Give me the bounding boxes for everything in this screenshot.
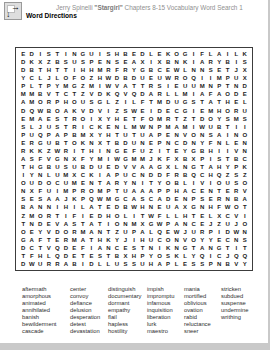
grid-cell-r1c6[interactable]: I: [62, 50, 71, 58]
grid-cell-r17c26[interactable]: S: [232, 179, 241, 187]
grid-cell-r25c4[interactable]: V: [45, 244, 54, 252]
grid-cell-r3c27[interactable]: X: [240, 66, 249, 74]
grid-cell-r10c13[interactable]: L: [121, 123, 130, 131]
grid-cell-r20c26[interactable]: O: [232, 203, 241, 211]
grid-cell-r13c2[interactable]: K: [28, 147, 37, 155]
grid-cell-r21c20[interactable]: H: [181, 211, 190, 219]
grid-cell-r23c15[interactable]: A: [138, 228, 147, 236]
grid-cell-r20c2[interactable]: A: [28, 203, 37, 211]
grid-cell-r27c3[interactable]: U: [36, 260, 45, 268]
grid-cell-r16c25[interactable]: Z: [223, 171, 232, 179]
grid-cell-r22c27[interactable]: O: [240, 220, 249, 228]
grid-cell-r11c16[interactable]: A: [147, 131, 156, 139]
grid-cell-r8c20[interactable]: G: [181, 107, 190, 115]
grid-cell-r27c21[interactable]: S: [189, 260, 198, 268]
grid-cell-r13c13[interactable]: E: [121, 147, 130, 155]
grid-cell-r16c17[interactable]: D: [155, 171, 164, 179]
grid-cell-r24c4[interactable]: T: [45, 236, 54, 244]
grid-cell-r5c26[interactable]: N: [232, 82, 241, 90]
grid-cell-r12c19[interactable]: C: [172, 139, 181, 147]
grid-cell-r19c18[interactable]: D: [164, 195, 173, 203]
grid-cell-r3c24[interactable]: E: [215, 66, 224, 74]
grid-cell-r1c2[interactable]: D: [28, 50, 37, 58]
grid-cell-r18c26[interactable]: R: [232, 187, 241, 195]
grid-cell-r15c16[interactable]: A: [147, 163, 156, 171]
grid-cell-r10c12[interactable]: N: [113, 123, 122, 131]
grid-cell-r13c25[interactable]: I: [223, 147, 232, 155]
grid-cell-r9c18[interactable]: R: [164, 115, 173, 123]
grid-cell-r1c23[interactable]: L: [206, 50, 215, 58]
grid-cell-r1c3[interactable]: I: [36, 50, 45, 58]
grid-cell-r9c3[interactable]: A: [36, 115, 45, 123]
grid-cell-r21c17[interactable]: F: [155, 211, 164, 219]
grid-cell-r24c22[interactable]: Y: [198, 236, 207, 244]
grid-cell-r11c2[interactable]: U: [28, 131, 37, 139]
grid-cell-r19c10[interactable]: W: [96, 195, 105, 203]
grid-cell-r16c14[interactable]: C: [130, 171, 139, 179]
grid-cell-r17c19[interactable]: B: [172, 179, 181, 187]
grid-cell-r25c17[interactable]: I: [155, 244, 164, 252]
grid-cell-r10c24[interactable]: B: [215, 123, 224, 131]
grid-cell-r8c12[interactable]: Z: [113, 107, 122, 115]
grid-cell-r25c8[interactable]: F: [79, 244, 88, 252]
grid-cell-r5c1[interactable]: P: [19, 82, 28, 90]
grid-cell-r4c19[interactable]: R: [172, 74, 181, 82]
grid-cell-r6c24[interactable]: A: [215, 90, 224, 98]
grid-cell-r8c4[interactable]: B: [45, 107, 54, 115]
grid-cell-r11c25[interactable]: I: [223, 131, 232, 139]
grid-cell-r24c20[interactable]: V: [181, 236, 190, 244]
grid-cell-r7c21[interactable]: S: [189, 98, 198, 106]
grid-cell-r25c2[interactable]: C: [28, 244, 37, 252]
grid-cell-r14c14[interactable]: M: [130, 155, 139, 163]
grid-cell-r17c16[interactable]: T: [147, 179, 156, 187]
grid-cell-r26c25[interactable]: J: [223, 252, 232, 260]
grid-cell-r14c27[interactable]: C: [240, 155, 249, 163]
grid-cell-r6c15[interactable]: D: [138, 90, 147, 98]
grid-cell-r27c23[interactable]: P: [206, 260, 215, 268]
grid-cell-r23c9[interactable]: A: [87, 228, 96, 236]
grid-cell-r23c23[interactable]: P: [206, 228, 215, 236]
grid-cell-r9c11[interactable]: Y: [104, 115, 113, 123]
grid-cell-r12c21[interactable]: N: [189, 139, 198, 147]
grid-cell-r21c25[interactable]: C: [223, 211, 232, 219]
grid-cell-r23c3[interactable]: Y: [36, 228, 45, 236]
grid-cell-r9c9[interactable]: I: [87, 115, 96, 123]
grid-cell-r11c21[interactable]: O: [189, 131, 198, 139]
grid-cell-r16c11[interactable]: A: [104, 171, 113, 179]
grid-cell-r2c15[interactable]: X: [138, 58, 147, 66]
grid-cell-r19c6[interactable]: J: [62, 195, 71, 203]
grid-cell-r13c3[interactable]: K: [36, 147, 45, 155]
grid-cell-r13c9[interactable]: H: [87, 147, 96, 155]
grid-cell-r7c20[interactable]: G: [181, 98, 190, 106]
grid-cell-r2c27[interactable]: S: [240, 58, 249, 66]
grid-cell-r16c13[interactable]: U: [121, 171, 130, 179]
grid-cell-r26c21[interactable]: Y: [189, 252, 198, 260]
grid-cell-r21c9[interactable]: E: [87, 211, 96, 219]
grid-cell-r10c9[interactable]: C: [87, 123, 96, 131]
grid-cell-r24c2[interactable]: A: [28, 236, 37, 244]
grid-cell-r10c27[interactable]: I: [240, 123, 249, 131]
grid-cell-r18c20[interactable]: A: [181, 187, 190, 195]
grid-cell-r5c4[interactable]: P: [45, 82, 54, 90]
grid-cell-r3c19[interactable]: W: [172, 66, 181, 74]
grid-cell-r1c20[interactable]: G: [181, 50, 190, 58]
grid-cell-r26c23[interactable]: I: [206, 252, 215, 260]
grid-cell-r21c10[interactable]: D: [96, 211, 105, 219]
grid-cell-r20c24[interactable]: F: [215, 203, 224, 211]
grid-cell-r13c15[interactable]: U: [138, 147, 147, 155]
grid-cell-r6c20[interactable]: M: [181, 90, 190, 98]
grid-cell-r27c15[interactable]: U: [138, 260, 147, 268]
grid-cell-r5c2[interactable]: L: [28, 82, 37, 90]
grid-cell-r9c23[interactable]: O: [206, 115, 215, 123]
grid-cell-r24c25[interactable]: C: [223, 236, 232, 244]
grid-cell-r7c25[interactable]: H: [223, 98, 232, 106]
grid-cell-r16c7[interactable]: X: [70, 171, 79, 179]
grid-cell-r5c5[interactable]: Y: [53, 82, 62, 90]
grid-cell-r27c17[interactable]: A: [155, 260, 164, 268]
grid-cell-r3c18[interactable]: E: [164, 66, 173, 74]
grid-cell-r22c9[interactable]: A: [87, 220, 96, 228]
grid-cell-r4c9[interactable]: Z: [87, 74, 96, 82]
grid-cell-r12c12[interactable]: B: [113, 139, 122, 147]
grid-cell-r19c3[interactable]: S: [36, 195, 45, 203]
grid-cell-r14c10[interactable]: M: [96, 155, 105, 163]
grid-cell-r2c23[interactable]: R: [206, 58, 215, 66]
grid-cell-r26c16[interactable]: Y: [147, 252, 156, 260]
grid-cell-r25c18[interactable]: K: [164, 244, 173, 252]
grid-cell-r26c18[interactable]: S: [164, 252, 173, 260]
grid-cell-r5c14[interactable]: T: [130, 82, 139, 90]
grid-cell-r4c27[interactable]: X: [240, 74, 249, 82]
grid-cell-r5c21[interactable]: U: [189, 82, 198, 90]
grid-cell-r7c16[interactable]: T: [147, 98, 156, 106]
grid-cell-r7c11[interactable]: L: [104, 98, 113, 106]
grid-cell-r27c9[interactable]: D: [87, 260, 96, 268]
grid-cell-r10c7[interactable]: R: [70, 123, 79, 131]
grid-cell-r21c15[interactable]: T: [138, 211, 147, 219]
grid-cell-r20c19[interactable]: A: [172, 203, 181, 211]
grid-cell-r22c26[interactable]: J: [232, 220, 241, 228]
grid-cell-r19c15[interactable]: S: [138, 195, 147, 203]
grid-cell-r9c26[interactable]: M: [232, 115, 241, 123]
grid-cell-r23c27[interactable]: N: [240, 228, 249, 236]
grid-cell-r14c20[interactable]: B: [181, 155, 190, 163]
grid-cell-r24c12[interactable]: Y: [113, 236, 122, 244]
grid-cell-r16c4[interactable]: L: [45, 171, 54, 179]
grid-cell-r7c4[interactable]: R: [45, 98, 54, 106]
grid-cell-r24c13[interactable]: J: [121, 236, 130, 244]
grid-cell-r19c26[interactable]: B: [232, 195, 241, 203]
grid-cell-r26c11[interactable]: T: [104, 252, 113, 260]
grid-cell-r21c6[interactable]: I: [62, 211, 71, 219]
grid-cell-r21c16[interactable]: W: [147, 211, 156, 219]
grid-cell-r25c15[interactable]: T: [138, 244, 147, 252]
grid-cell-r10c17[interactable]: P: [155, 123, 164, 131]
grid-cell-r11c24[interactable]: A: [215, 131, 224, 139]
grid-cell-r6c18[interactable]: L: [164, 90, 173, 98]
grid-cell-r22c2[interactable]: N: [28, 220, 37, 228]
grid-cell-r14c1[interactable]: A: [19, 155, 28, 163]
grid-cell-r7c23[interactable]: A: [206, 98, 215, 106]
grid-cell-r4c4[interactable]: J: [45, 74, 54, 82]
grid-cell-r21c7[interactable]: F: [70, 211, 79, 219]
grid-cell-r12c27[interactable]: N: [240, 139, 249, 147]
grid-cell-r16c24[interactable]: Q: [215, 171, 224, 179]
grid-cell-r18c12[interactable]: T: [113, 187, 122, 195]
grid-cell-r8c18[interactable]: E: [164, 107, 173, 115]
grid-cell-r23c25[interactable]: D: [223, 228, 232, 236]
grid-cell-r9c27[interactable]: S: [240, 115, 249, 123]
grid-cell-r9c7[interactable]: R: [70, 115, 79, 123]
grid-cell-r3c6[interactable]: T: [62, 66, 71, 74]
grid-cell-r9c25[interactable]: S: [223, 115, 232, 123]
grid-cell-r27c10[interactable]: L: [96, 260, 105, 268]
grid-cell-r10c5[interactable]: S: [53, 123, 62, 131]
grid-cell-r21c21[interactable]: T: [189, 211, 198, 219]
grid-cell-r7c2[interactable]: M: [28, 98, 37, 106]
grid-cell-r15c9[interactable]: D: [87, 163, 96, 171]
grid-cell-r1c10[interactable]: I: [96, 50, 105, 58]
grid-cell-r6c17[interactable]: R: [155, 90, 164, 98]
grid-cell-r6c19[interactable]: L: [172, 90, 181, 98]
grid-cell-r25c12[interactable]: C: [113, 244, 122, 252]
grid-cell-r8c23[interactable]: M: [206, 107, 215, 115]
grid-cell-r6c4[interactable]: V: [45, 90, 54, 98]
grid-cell-r1c8[interactable]: G: [79, 50, 88, 58]
grid-cell-r11c14[interactable]: T: [130, 131, 139, 139]
grid-cell-r23c10[interactable]: N: [96, 228, 105, 236]
grid-cell-r1c7[interactable]: N: [70, 50, 79, 58]
grid-cell-r1c12[interactable]: H: [113, 50, 122, 58]
grid-cell-r21c23[interactable]: L: [206, 211, 215, 219]
grid-cell-r18c17[interactable]: P: [155, 187, 164, 195]
grid-cell-r24c18[interactable]: O: [164, 236, 173, 244]
grid-cell-r2c25[interactable]: B: [223, 58, 232, 66]
grid-cell-r27c27[interactable]: Y: [240, 260, 249, 268]
grid-cell-r5c10[interactable]: I: [96, 82, 105, 90]
grid-cell-r20c27[interactable]: T: [240, 203, 249, 211]
grid-cell-r13c23[interactable]: H: [206, 147, 215, 155]
grid-cell-r4c20[interactable]: O: [181, 74, 190, 82]
grid-cell-r2c10[interactable]: E: [96, 58, 105, 66]
grid-cell-r13c11[interactable]: N: [104, 147, 113, 155]
grid-cell-r6c13[interactable]: V: [121, 90, 130, 98]
grid-cell-r14c17[interactable]: K: [155, 155, 164, 163]
grid-cell-r20c17[interactable]: E: [155, 203, 164, 211]
grid-cell-r19c27[interactable]: A: [240, 195, 249, 203]
grid-cell-r18c24[interactable]: T: [215, 187, 224, 195]
grid-cell-r7c13[interactable]: I: [121, 98, 130, 106]
grid-cell-r11c26[interactable]: N: [232, 131, 241, 139]
grid-cell-r10c22[interactable]: W: [198, 123, 207, 131]
grid-cell-r19c19[interactable]: E: [172, 195, 181, 203]
grid-cell-r6c3[interactable]: B: [36, 90, 45, 98]
grid-cell-r14c26[interactable]: B: [232, 155, 241, 163]
grid-cell-r3c16[interactable]: B: [147, 66, 156, 74]
grid-cell-r12c2[interactable]: R: [28, 139, 37, 147]
grid-cell-r24c9[interactable]: T: [87, 236, 96, 244]
grid-cell-r5c25[interactable]: T: [223, 82, 232, 90]
grid-cell-r20c9[interactable]: A: [87, 203, 96, 211]
grid-cell-r13c12[interactable]: G: [113, 147, 122, 155]
grid-cell-r23c11[interactable]: T: [104, 228, 113, 236]
grid-cell-r21c12[interactable]: O: [113, 211, 122, 219]
grid-cell-r9c13[interactable]: E: [121, 115, 130, 123]
grid-cell-r15c20[interactable]: N: [181, 163, 190, 171]
grid-cell-r3c11[interactable]: R: [104, 66, 113, 74]
grid-cell-r27c11[interactable]: L: [104, 260, 113, 268]
grid-cell-r4c16[interactable]: E: [147, 74, 156, 82]
grid-cell-r23c16[interactable]: L: [147, 228, 156, 236]
grid-cell-r14c9[interactable]: Y: [87, 155, 96, 163]
grid-cell-r8c11[interactable]: I: [104, 107, 113, 115]
grid-cell-r1c16[interactable]: L: [147, 50, 156, 58]
grid-cell-r12c25[interactable]: L: [223, 139, 232, 147]
grid-cell-r11c27[interactable]: O: [240, 131, 249, 139]
grid-cell-r20c6[interactable]: H: [62, 203, 71, 211]
grid-cell-r2c6[interactable]: S: [62, 58, 71, 66]
grid-cell-r11c18[interactable]: E: [164, 131, 173, 139]
grid-cell-r9c21[interactable]: T: [189, 115, 198, 123]
grid-cell-r20c11[interactable]: E: [104, 203, 113, 211]
grid-cell-r13c18[interactable]: T: [164, 147, 173, 155]
grid-cell-r22c4[interactable]: E: [45, 220, 54, 228]
grid-cell-r5c22[interactable]: M: [198, 82, 207, 90]
grid-cell-r24c5[interactable]: E: [53, 236, 62, 244]
grid-cell-r17c27[interactable]: O: [240, 179, 249, 187]
grid-cell-r18c14[interactable]: A: [130, 187, 139, 195]
grid-cell-r27c7[interactable]: B: [70, 260, 79, 268]
grid-cell-r19c22[interactable]: S: [198, 195, 207, 203]
grid-cell-r11c13[interactable]: U: [121, 131, 130, 139]
grid-cell-r25c5[interactable]: Q: [53, 244, 62, 252]
grid-cell-r7c22[interactable]: T: [198, 98, 207, 106]
grid-cell-r5c9[interactable]: M: [87, 82, 96, 90]
grid-cell-r8c8[interactable]: V: [79, 107, 88, 115]
grid-cell-r19c25[interactable]: N: [223, 195, 232, 203]
grid-cell-r4c10[interactable]: H: [96, 74, 105, 82]
grid-cell-r6c16[interactable]: A: [147, 90, 156, 98]
grid-cell-r7c18[interactable]: D: [164, 98, 173, 106]
grid-cell-r20c16[interactable]: N: [147, 203, 156, 211]
grid-cell-r7c8[interactable]: U: [79, 98, 88, 106]
grid-cell-r26c2[interactable]: F: [28, 252, 37, 260]
grid-cell-r12c26[interactable]: E: [232, 139, 241, 147]
grid-cell-r15c26[interactable]: P: [232, 163, 241, 171]
grid-cell-r8c21[interactable]: I: [189, 107, 198, 115]
grid-cell-r23c20[interactable]: J: [181, 228, 190, 236]
grid-cell-r13c16[interactable]: Z: [147, 147, 156, 155]
grid-cell-r16c1[interactable]: I: [19, 171, 28, 179]
grid-cell-r22c7[interactable]: S: [70, 220, 79, 228]
grid-cell-r26c1[interactable]: T: [19, 252, 28, 260]
grid-cell-r2c8[interactable]: S: [79, 58, 88, 66]
grid-cell-r20c1[interactable]: B: [19, 203, 28, 211]
grid-cell-r25c7[interactable]: E: [70, 244, 79, 252]
grid-cell-r7c12[interactable]: Z: [113, 98, 122, 106]
grid-cell-r20c22[interactable]: N: [198, 203, 207, 211]
grid-cell-r15c21[interactable]: G: [189, 163, 198, 171]
grid-cell-r14c22[interactable]: P: [198, 155, 207, 163]
grid-cell-r19c17[interactable]: A: [155, 195, 164, 203]
grid-cell-r16c27[interactable]: Z: [240, 171, 249, 179]
grid-cell-r6c6[interactable]: C: [62, 90, 71, 98]
grid-cell-r11c9[interactable]: X: [87, 131, 96, 139]
grid-cell-r3c20[interactable]: L: [181, 66, 190, 74]
grid-cell-r14c16[interactable]: J: [147, 155, 156, 163]
grid-cell-r1c22[interactable]: F: [198, 50, 207, 58]
grid-cell-r9c20[interactable]: Z: [181, 115, 190, 123]
grid-cell-r9c4[interactable]: E: [45, 115, 54, 123]
grid-cell-r26c8[interactable]: T: [79, 252, 88, 260]
grid-cell-r16c5[interactable]: U: [53, 171, 62, 179]
grid-cell-r24c19[interactable]: N: [172, 236, 181, 244]
grid-cell-r25c21[interactable]: T: [189, 244, 198, 252]
grid-cell-r18c13[interactable]: U: [121, 187, 130, 195]
grid-cell-r16c26[interactable]: S: [232, 171, 241, 179]
grid-cell-r14c4[interactable]: V: [45, 155, 54, 163]
grid-cell-r13c6[interactable]: R: [62, 147, 71, 155]
grid-cell-r8c22[interactable]: E: [198, 107, 207, 115]
grid-cell-r14c19[interactable]: X: [172, 155, 181, 163]
grid-cell-r7c14[interactable]: L: [130, 98, 139, 106]
grid-cell-r14c15[interactable]: M: [138, 155, 147, 163]
grid-cell-r4c11[interactable]: W: [104, 74, 113, 82]
grid-cell-r11c12[interactable]: T: [113, 131, 122, 139]
grid-cell-r17c12[interactable]: R: [113, 179, 122, 187]
grid-cell-r15c11[interactable]: E: [104, 163, 113, 171]
grid-cell-r13c7[interactable]: I: [70, 147, 79, 155]
grid-cell-r18c9[interactable]: O: [87, 187, 96, 195]
grid-cell-r24c17[interactable]: C: [155, 236, 164, 244]
grid-cell-r1c9[interactable]: U: [87, 50, 96, 58]
grid-cell-r27c5[interactable]: R: [53, 260, 62, 268]
grid-cell-r17c8[interactable]: E: [79, 179, 88, 187]
grid-cell-r23c22[interactable]: R: [198, 228, 207, 236]
grid-cell-r14c24[interactable]: S: [215, 155, 224, 163]
grid-cell-r2c20[interactable]: K: [181, 58, 190, 66]
grid-cell-r20c7[interactable]: I: [70, 203, 79, 211]
grid-cell-r27c24[interactable]: N: [215, 260, 224, 268]
grid-cell-r2c9[interactable]: P: [87, 58, 96, 66]
grid-cell-r2c17[interactable]: X: [155, 58, 164, 66]
grid-cell-r12c13[interactable]: D: [121, 139, 130, 147]
grid-cell-r23c26[interactable]: W: [232, 228, 241, 236]
grid-cell-r22c13[interactable]: N: [121, 220, 130, 228]
grid-cell-r22c1[interactable]: T: [19, 220, 28, 228]
grid-cell-r17c25[interactable]: U: [223, 179, 232, 187]
grid-cell-r26c7[interactable]: E: [70, 252, 79, 260]
grid-cell-r22c17[interactable]: W: [155, 220, 164, 228]
grid-cell-r22c24[interactable]: Z: [215, 220, 224, 228]
grid-cell-r26c19[interactable]: K: [172, 252, 181, 260]
grid-cell-r3c2[interactable]: B: [28, 66, 37, 74]
grid-cell-r19c13[interactable]: C: [121, 195, 130, 203]
grid-cell-r26c17[interactable]: O: [155, 252, 164, 260]
grid-cell-r2c5[interactable]: B: [53, 58, 62, 66]
grid-cell-r25c13[interactable]: E: [121, 244, 130, 252]
grid-cell-r26c15[interactable]: P: [138, 252, 147, 260]
grid-cell-r13c22[interactable]: B: [198, 147, 207, 155]
grid-cell-r24c14[interactable]: I: [130, 236, 139, 244]
grid-cell-r3c1[interactable]: D: [19, 66, 28, 74]
grid-cell-r20c8[interactable]: L: [79, 203, 88, 211]
grid-cell-r23c18[interactable]: E: [164, 228, 173, 236]
grid-cell-r9c1[interactable]: E: [19, 115, 28, 123]
